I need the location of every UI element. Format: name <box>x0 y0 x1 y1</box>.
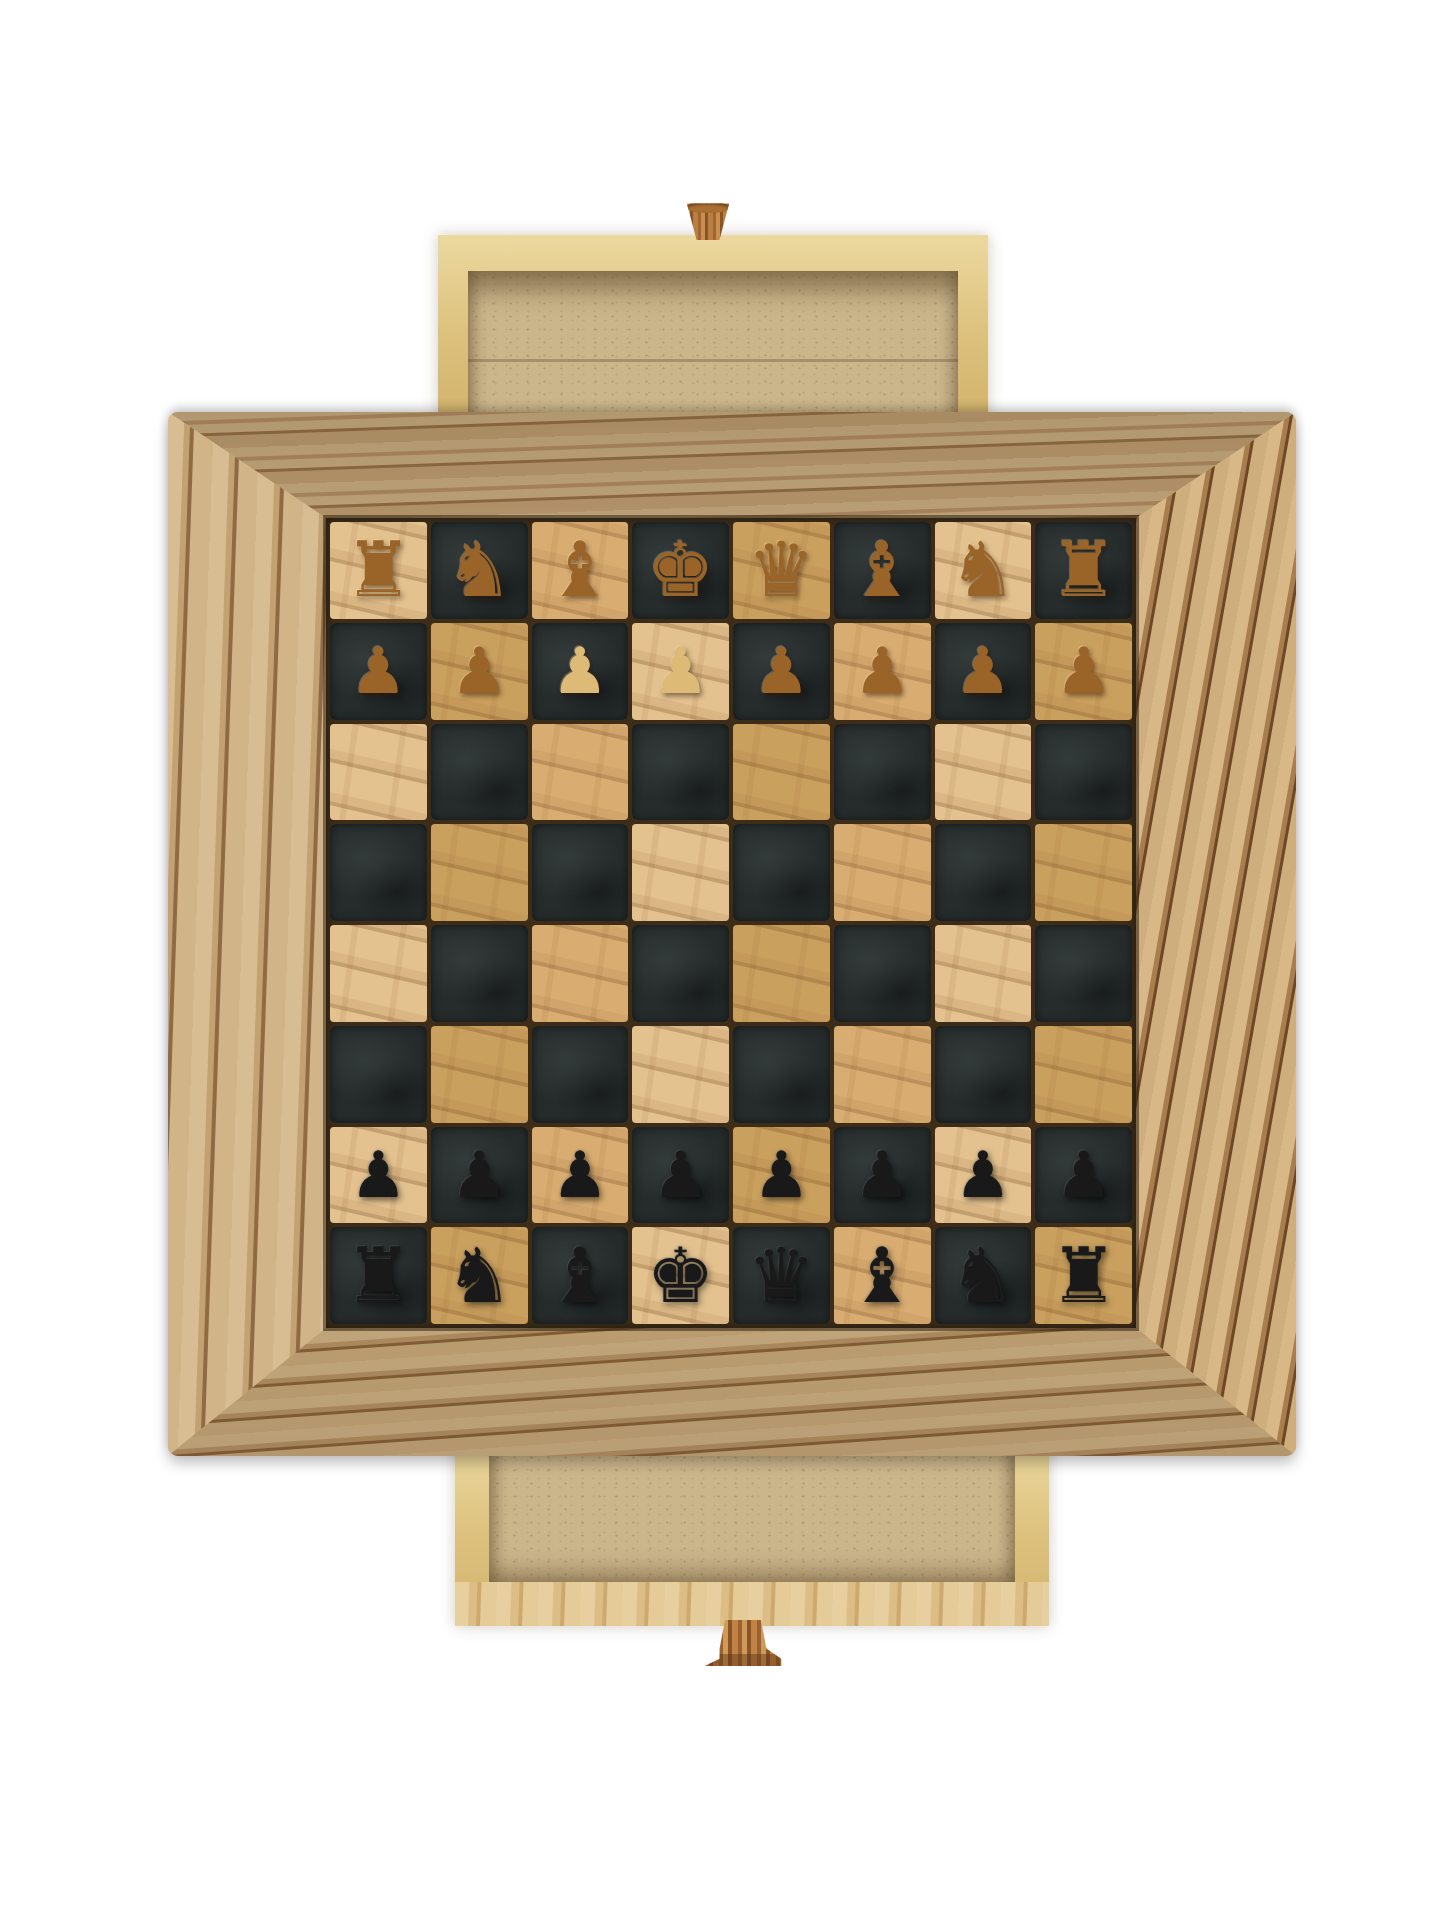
square-e5[interactable] <box>632 925 729 1022</box>
square-a7[interactable]: ♟ <box>1035 1127 1132 1224</box>
square-f8[interactable]: ♝ <box>532 1227 629 1324</box>
piece-black-bishop[interactable]: ♝ <box>848 1238 916 1314</box>
square-a2[interactable]: ♟ <box>1035 623 1132 720</box>
piece-black-pawn[interactable]: ♟ <box>753 1143 810 1207</box>
square-g5[interactable] <box>431 925 528 1022</box>
piece-black-pawn[interactable]: ♟ <box>450 1143 507 1207</box>
square-a5[interactable] <box>1035 925 1132 1022</box>
square-c5[interactable] <box>834 925 931 1022</box>
piece-black-king[interactable]: ♚ <box>647 1238 715 1314</box>
square-c8[interactable]: ♝ <box>834 1227 931 1324</box>
square-a8[interactable]: ♜ <box>1035 1227 1132 1324</box>
square-g2[interactable]: ♟ <box>431 623 528 720</box>
square-c4[interactable] <box>834 824 931 921</box>
square-a6[interactable] <box>1035 1026 1132 1123</box>
piece-black-pawn[interactable]: ♟ <box>350 1143 407 1207</box>
square-f4[interactable] <box>532 824 629 921</box>
playing-area: ♜♞♝♚♛♝♞♜♟♟♟♟♟♟♟♟♟♟♟♟♟♟♟♟♜♞♝♚♛♝♞♜ <box>326 518 1136 1328</box>
piece-black-pawn[interactable]: ♟ <box>652 1143 709 1207</box>
square-c6[interactable] <box>834 1026 931 1123</box>
top-drawer[interactable] <box>438 235 988 421</box>
square-b4[interactable] <box>935 824 1032 921</box>
square-d4[interactable] <box>733 824 830 921</box>
piece-black-pawn[interactable]: ♟ <box>954 1143 1011 1207</box>
square-h8[interactable]: ♜ <box>330 1227 427 1324</box>
square-h4[interactable] <box>330 824 427 921</box>
piece-white-pawn[interactable]: ♟ <box>652 639 709 703</box>
piece-white-king[interactable]: ♚ <box>647 532 715 608</box>
square-h3[interactable] <box>330 724 427 821</box>
square-f5[interactable] <box>532 925 629 1022</box>
square-d5[interactable] <box>733 925 830 1022</box>
square-f3[interactable] <box>532 724 629 821</box>
square-h5[interactable] <box>330 925 427 1022</box>
square-f6[interactable] <box>532 1026 629 1123</box>
square-g8[interactable]: ♞ <box>431 1227 528 1324</box>
square-g3[interactable] <box>431 724 528 821</box>
bottom-drawer-interior <box>489 1438 1015 1582</box>
square-g1[interactable]: ♞ <box>431 522 528 619</box>
square-a1[interactable]: ♜ <box>1035 522 1132 619</box>
square-b3[interactable] <box>935 724 1032 821</box>
piece-black-knight[interactable]: ♞ <box>445 1238 513 1314</box>
square-e6[interactable] <box>632 1026 729 1123</box>
square-d3[interactable] <box>733 724 830 821</box>
square-d2[interactable]: ♟ <box>733 623 830 720</box>
piece-white-pawn[interactable]: ♟ <box>954 639 1011 703</box>
square-h2[interactable]: ♟ <box>330 623 427 720</box>
square-c3[interactable] <box>834 724 931 821</box>
square-f1[interactable]: ♝ <box>532 522 629 619</box>
bottom-drawer-knob[interactable] <box>704 1620 782 1666</box>
chess-board: ♜♞♝♚♛♝♞♜♟♟♟♟♟♟♟♟♟♟♟♟♟♟♟♟♜♞♝♚♛♝♞♜ <box>168 412 1296 1456</box>
piece-black-bishop[interactable]: ♝ <box>546 1238 614 1314</box>
square-e4[interactable] <box>632 824 729 921</box>
piece-white-pawn[interactable]: ♟ <box>753 639 810 703</box>
top-drawer-interior <box>468 271 958 421</box>
piece-white-bishop[interactable]: ♝ <box>546 532 614 608</box>
piece-black-queen[interactable]: ♛ <box>747 1238 815 1314</box>
piece-white-pawn[interactable]: ♟ <box>450 639 507 703</box>
piece-white-rook[interactable]: ♜ <box>1050 532 1118 608</box>
square-b1[interactable]: ♞ <box>935 522 1032 619</box>
piece-black-pawn[interactable]: ♟ <box>551 1143 608 1207</box>
square-e7[interactable]: ♟ <box>632 1127 729 1224</box>
square-f2[interactable]: ♟ <box>532 623 629 720</box>
square-c2[interactable]: ♟ <box>834 623 931 720</box>
square-e3[interactable] <box>632 724 729 821</box>
piece-white-pawn[interactable]: ♟ <box>1055 639 1112 703</box>
square-d1[interactable]: ♛ <box>733 522 830 619</box>
square-c7[interactable]: ♟ <box>834 1127 931 1224</box>
square-g4[interactable] <box>431 824 528 921</box>
piece-white-knight[interactable]: ♞ <box>445 532 513 608</box>
square-a3[interactable] <box>1035 724 1132 821</box>
square-e2[interactable]: ♟ <box>632 623 729 720</box>
square-b7[interactable]: ♟ <box>935 1127 1032 1224</box>
square-h6[interactable] <box>330 1026 427 1123</box>
square-b2[interactable]: ♟ <box>935 623 1032 720</box>
square-g7[interactable]: ♟ <box>431 1127 528 1224</box>
square-b5[interactable] <box>935 925 1032 1022</box>
square-b8[interactable]: ♞ <box>935 1227 1032 1324</box>
piece-black-pawn[interactable]: ♟ <box>1055 1143 1112 1207</box>
piece-black-rook[interactable]: ♜ <box>344 1238 412 1314</box>
piece-black-knight[interactable]: ♞ <box>949 1238 1017 1314</box>
square-b6[interactable] <box>935 1026 1032 1123</box>
piece-white-bishop[interactable]: ♝ <box>848 532 916 608</box>
piece-white-queen[interactable]: ♛ <box>747 532 815 608</box>
square-d8[interactable]: ♛ <box>733 1227 830 1324</box>
piece-white-knight[interactable]: ♞ <box>949 532 1017 608</box>
square-d7[interactable]: ♟ <box>733 1127 830 1224</box>
square-e1[interactable]: ♚ <box>632 522 729 619</box>
square-g6[interactable] <box>431 1026 528 1123</box>
piece-white-pawn[interactable]: ♟ <box>551 639 608 703</box>
piece-white-pawn[interactable]: ♟ <box>350 639 407 703</box>
piece-black-pawn[interactable]: ♟ <box>853 1143 910 1207</box>
square-h1[interactable]: ♜ <box>330 522 427 619</box>
square-c1[interactable]: ♝ <box>834 522 931 619</box>
square-a4[interactable] <box>1035 824 1132 921</box>
piece-black-rook[interactable]: ♜ <box>1050 1238 1118 1314</box>
square-e8[interactable]: ♚ <box>632 1227 729 1324</box>
bottom-drawer[interactable] <box>455 1438 1049 1626</box>
square-f7[interactable]: ♟ <box>532 1127 629 1224</box>
chess-set-scene: ♜♞♝♚♛♝♞♜♟♟♟♟♟♟♟♟♟♟♟♟♟♟♟♟♜♞♝♚♛♝♞♜ <box>0 0 1445 1927</box>
square-d6[interactable] <box>733 1026 830 1123</box>
square-h7[interactable]: ♟ <box>330 1127 427 1224</box>
piece-white-pawn[interactable]: ♟ <box>853 639 910 703</box>
piece-white-rook[interactable]: ♜ <box>344 532 412 608</box>
